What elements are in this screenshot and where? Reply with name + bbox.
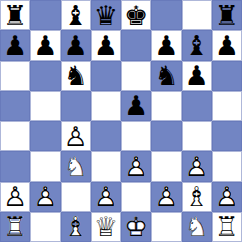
- square-d6[interactable]: [91, 61, 121, 91]
- square-a7[interactable]: ♟: [0, 30, 30, 60]
- square-f5[interactable]: [151, 91, 181, 121]
- square-e5[interactable]: ♟: [121, 91, 151, 121]
- white-knight-outline-icon: ♘: [182, 212, 212, 242]
- black-pawn-piece[interactable]: ♟: [30, 30, 60, 60]
- black-king-icon: ♚: [121, 0, 151, 30]
- square-e4[interactable]: [121, 121, 151, 151]
- black-knight-icon: ♞: [151, 61, 181, 91]
- black-pawn-icon: ♟: [121, 91, 151, 121]
- white-pawn-icon: ♟: [91, 182, 121, 212]
- white-queen-piece[interactable]: ♛♕: [91, 212, 121, 242]
- white-knight-outline-icon: ♘: [61, 151, 91, 181]
- square-f4[interactable]: [151, 121, 181, 151]
- square-f1[interactable]: [151, 212, 181, 242]
- white-pawn-piece[interactable]: ♟♙: [30, 182, 60, 212]
- black-bishop-piece[interactable]: ♝: [61, 0, 91, 30]
- square-g4[interactable]: [182, 121, 212, 151]
- square-e3[interactable]: ♟♙: [121, 151, 151, 181]
- white-bishop-piece[interactable]: ♝♗: [182, 182, 212, 212]
- black-queen-icon: ♛: [91, 0, 121, 30]
- square-h1[interactable]: ♜♖: [212, 212, 242, 242]
- white-bishop-outline-icon: ♗: [61, 212, 91, 242]
- black-pawn-icon: ♟: [212, 30, 242, 60]
- square-c4[interactable]: ♟♙: [61, 121, 91, 151]
- black-pawn-piece[interactable]: ♟: [121, 91, 151, 121]
- square-h8[interactable]: ♜: [212, 0, 242, 30]
- square-h3[interactable]: [212, 151, 242, 181]
- square-f2[interactable]: ♟♙: [151, 182, 181, 212]
- square-d4[interactable]: [91, 121, 121, 151]
- black-pawn-piece[interactable]: ♟: [91, 30, 121, 60]
- black-pawn-icon: ♟: [182, 61, 212, 91]
- square-e8[interactable]: ♚: [121, 0, 151, 30]
- black-pawn-icon: ♟: [30, 30, 60, 60]
- white-knight-icon: ♞: [61, 151, 91, 181]
- white-pawn-outline-icon: ♙: [91, 182, 121, 212]
- white-pawn-icon: ♟: [30, 182, 60, 212]
- white-pawn-piece[interactable]: ♟♙: [121, 151, 151, 181]
- white-bishop-icon: ♝: [182, 182, 212, 212]
- square-a8[interactable]: ♜: [0, 0, 30, 30]
- black-pawn-icon: ♟: [91, 30, 121, 60]
- white-pawn-outline-icon: ♙: [151, 182, 181, 212]
- black-king-piece[interactable]: ♚: [121, 0, 151, 30]
- square-d3[interactable]: [91, 151, 121, 181]
- white-pawn-outline-icon: ♙: [30, 182, 60, 212]
- square-f3[interactable]: [151, 151, 181, 181]
- black-pawn-piece[interactable]: ♟: [182, 61, 212, 91]
- square-b5[interactable]: [30, 91, 60, 121]
- square-c7[interactable]: ♟: [61, 30, 91, 60]
- square-g7[interactable]: ♝: [182, 30, 212, 60]
- white-rook-icon: ♜: [212, 212, 242, 242]
- black-pawn-icon: ♟: [0, 30, 30, 60]
- black-knight-piece[interactable]: ♞: [61, 61, 91, 91]
- white-pawn-outline-icon: ♙: [212, 182, 242, 212]
- black-knight-piece[interactable]: ♞: [151, 61, 181, 91]
- square-a1[interactable]: ♜♖: [0, 212, 30, 242]
- square-b6[interactable]: [30, 61, 60, 91]
- white-rook-piece[interactable]: ♜♖: [0, 212, 30, 242]
- white-rook-icon: ♜: [0, 212, 30, 242]
- white-pawn-piece[interactable]: ♟♙: [151, 182, 181, 212]
- square-f6[interactable]: ♞: [151, 61, 181, 91]
- square-d7[interactable]: ♟: [91, 30, 121, 60]
- square-e2[interactable]: [121, 182, 151, 212]
- white-rook-outline-icon: ♖: [0, 212, 30, 242]
- black-queen-piece[interactable]: ♛: [91, 0, 121, 30]
- white-pawn-icon: ♟: [0, 182, 30, 212]
- square-a4[interactable]: [0, 121, 30, 151]
- square-h6[interactable]: [212, 61, 242, 91]
- white-queen-outline-icon: ♕: [91, 212, 121, 242]
- square-c5[interactable]: [61, 91, 91, 121]
- black-rook-icon: ♜: [0, 0, 30, 30]
- white-pawn-outline-icon: ♙: [61, 121, 91, 151]
- white-queen-icon: ♛: [91, 212, 121, 242]
- white-knight-piece[interactable]: ♞♘: [182, 212, 212, 242]
- white-pawn-outline-icon: ♙: [0, 182, 30, 212]
- black-pawn-icon: ♟: [151, 30, 181, 60]
- white-pawn-icon: ♟: [182, 151, 212, 181]
- square-d2[interactable]: ♟♙: [91, 182, 121, 212]
- square-f7[interactable]: ♟: [151, 30, 181, 60]
- white-pawn-icon: ♟: [61, 121, 91, 151]
- square-g1[interactable]: ♞♘: [182, 212, 212, 242]
- black-bishop-icon: ♝: [61, 0, 91, 30]
- square-g2[interactable]: ♝♗: [182, 182, 212, 212]
- square-c1[interactable]: ♝♗: [61, 212, 91, 242]
- square-g5[interactable]: [182, 91, 212, 121]
- square-d5[interactable]: [91, 91, 121, 121]
- square-c3[interactable]: ♞♘: [61, 151, 91, 181]
- white-king-icon: ♚: [121, 212, 151, 242]
- white-pawn-piece[interactable]: ♟♙: [182, 151, 212, 181]
- black-pawn-icon: ♟: [61, 30, 91, 60]
- chess-board: ♜♝♛♚♜♟♟♟♟♟♝♟♞♞♟♟♟♙♞♘♟♙♟♙♟♙♟♙♟♙♟♙♝♗♟♙♜♖♝♗…: [0, 0, 242, 242]
- square-h7[interactable]: ♟: [212, 30, 242, 60]
- black-bishop-icon: ♝: [182, 30, 212, 60]
- white-pawn-piece[interactable]: ♟♙: [212, 182, 242, 212]
- square-b8[interactable]: [30, 0, 60, 30]
- white-pawn-outline-icon: ♙: [121, 151, 151, 181]
- white-bishop-icon: ♝: [61, 212, 91, 242]
- black-pawn-piece[interactable]: ♟: [151, 30, 181, 60]
- square-a6[interactable]: [0, 61, 30, 91]
- black-rook-piece[interactable]: ♜: [212, 0, 242, 30]
- white-pawn-outline-icon: ♙: [182, 151, 212, 181]
- black-rook-piece[interactable]: ♜: [0, 0, 30, 30]
- square-d1[interactable]: ♛♕: [91, 212, 121, 242]
- square-g3[interactable]: ♟♙: [182, 151, 212, 181]
- square-b2[interactable]: ♟♙: [30, 182, 60, 212]
- square-f8[interactable]: [151, 0, 181, 30]
- black-bishop-piece[interactable]: ♝: [182, 30, 212, 60]
- square-a5[interactable]: [0, 91, 30, 121]
- square-c6[interactable]: ♞: [61, 61, 91, 91]
- white-knight-piece[interactable]: ♞♘: [61, 151, 91, 181]
- black-pawn-piece[interactable]: ♟: [61, 30, 91, 60]
- white-pawn-piece[interactable]: ♟♙: [61, 121, 91, 151]
- square-b1[interactable]: [30, 212, 60, 242]
- square-b3[interactable]: [30, 151, 60, 181]
- black-pawn-piece[interactable]: ♟: [212, 30, 242, 60]
- white-pawn-icon: ♟: [151, 182, 181, 212]
- square-e6[interactable]: [121, 61, 151, 91]
- white-rook-outline-icon: ♖: [212, 212, 242, 242]
- white-rook-piece[interactable]: ♜♖: [212, 212, 242, 242]
- black-pawn-piece[interactable]: ♟: [0, 30, 30, 60]
- white-pawn-piece[interactable]: ♟♙: [91, 182, 121, 212]
- square-a3[interactable]: [0, 151, 30, 181]
- square-h2[interactable]: ♟♙: [212, 182, 242, 212]
- square-h5[interactable]: [212, 91, 242, 121]
- white-pawn-piece[interactable]: ♟♙: [0, 182, 30, 212]
- square-e1[interactable]: ♚♔: [121, 212, 151, 242]
- white-pawn-icon: ♟: [121, 151, 151, 181]
- square-c8[interactable]: ♝: [61, 0, 91, 30]
- square-g6[interactable]: ♟: [182, 61, 212, 91]
- square-d8[interactable]: ♛: [91, 0, 121, 30]
- square-h4[interactable]: [212, 121, 242, 151]
- white-king-piece[interactable]: ♚♔: [121, 212, 151, 242]
- square-c2[interactable]: [61, 182, 91, 212]
- white-bishop-piece[interactable]: ♝♗: [61, 212, 91, 242]
- white-knight-icon: ♞: [182, 212, 212, 242]
- white-king-outline-icon: ♔: [121, 212, 151, 242]
- square-e7[interactable]: [121, 30, 151, 60]
- white-pawn-icon: ♟: [212, 182, 242, 212]
- black-knight-icon: ♞: [61, 61, 91, 91]
- square-b4[interactable]: [30, 121, 60, 151]
- white-bishop-outline-icon: ♗: [182, 182, 212, 212]
- square-b7[interactable]: ♟: [30, 30, 60, 60]
- square-g8[interactable]: [182, 0, 212, 30]
- square-a2[interactable]: ♟♙: [0, 182, 30, 212]
- black-rook-icon: ♜: [212, 0, 242, 30]
